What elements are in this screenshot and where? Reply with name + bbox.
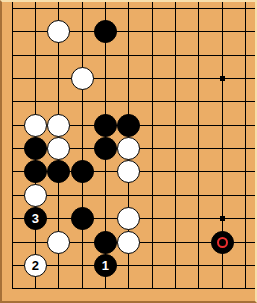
star-point bbox=[220, 216, 225, 221]
black-stone bbox=[94, 137, 117, 160]
white-stone bbox=[24, 184, 47, 207]
grid-line-horizontal bbox=[12, 101, 256, 102]
white-stone bbox=[117, 160, 140, 183]
white-stone bbox=[117, 231, 140, 254]
white-stone bbox=[47, 114, 70, 137]
black-stone: 1 bbox=[94, 254, 117, 277]
black-stone bbox=[24, 160, 47, 183]
white-stone bbox=[24, 114, 47, 137]
grid-line-horizontal bbox=[12, 78, 256, 79]
move-number-label: 1 bbox=[102, 259, 109, 272]
grid-line-horizontal bbox=[12, 195, 256, 196]
black-stone bbox=[211, 231, 234, 254]
grid-line-vertical bbox=[152, 2, 153, 289]
go-board: 321 bbox=[2, 2, 255, 301]
move-number-label: 2 bbox=[32, 259, 39, 272]
grid-line-vertical bbox=[175, 2, 176, 289]
grid-line-vertical bbox=[12, 2, 13, 289]
black-stone bbox=[24, 137, 47, 160]
white-stone bbox=[71, 67, 94, 90]
black-stone bbox=[47, 160, 70, 183]
black-stone: 3 bbox=[24, 207, 47, 230]
white-stone bbox=[47, 231, 70, 254]
grid-line-horizontal bbox=[12, 8, 256, 9]
grid-line-horizontal bbox=[12, 55, 256, 56]
black-stone bbox=[94, 114, 117, 137]
black-stone bbox=[94, 231, 117, 254]
red-circle-marker bbox=[217, 237, 228, 248]
black-stone bbox=[71, 160, 94, 183]
grid-line-vertical bbox=[198, 2, 199, 289]
white-stone: 2 bbox=[24, 254, 47, 277]
black-stone bbox=[117, 114, 140, 137]
grid-line-horizontal bbox=[12, 265, 256, 266]
white-stone bbox=[47, 20, 70, 43]
grid-line-horizontal bbox=[12, 288, 256, 289]
grid-line-vertical bbox=[245, 2, 246, 289]
move-number-label: 3 bbox=[32, 212, 39, 225]
star-point bbox=[220, 76, 225, 81]
grid-line-vertical bbox=[82, 2, 83, 289]
black-stone bbox=[71, 207, 94, 230]
white-stone bbox=[47, 137, 70, 160]
white-stone bbox=[117, 137, 140, 160]
white-stone bbox=[117, 207, 140, 230]
go-board-diagram: 321 bbox=[0, 0, 257, 303]
black-stone bbox=[94, 20, 117, 43]
